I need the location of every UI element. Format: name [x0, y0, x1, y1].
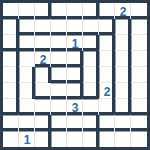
- grid-cell-r2c4[interactable]: [51, 19, 67, 35]
- grid-cell-r5c5[interactable]: [67, 67, 83, 83]
- clue-number: 1: [72, 38, 79, 50]
- grid-cell-r6c9[interactable]: [131, 83, 147, 99]
- grid-cell-r7c1[interactable]: [3, 99, 19, 115]
- grid-cell-r6c6[interactable]: [83, 83, 99, 99]
- grid-cell-r6c5[interactable]: [67, 83, 83, 99]
- grid-cell-r4c4[interactable]: [51, 51, 67, 67]
- grid-cell-r8c8[interactable]: [115, 115, 131, 131]
- grid-cell-r7c9[interactable]: [131, 99, 147, 115]
- grid-cell-r1c3[interactable]: [35, 3, 51, 19]
- clue-number: 2: [40, 54, 47, 66]
- grid-cell-r1c7[interactable]: [99, 3, 115, 19]
- clue-number: 3: [72, 102, 79, 114]
- grid-cell-r9c8[interactable]: [115, 131, 131, 147]
- puzzle-grid: 212231: [0, 0, 150, 150]
- grid-cell-r8c3[interactable]: [35, 115, 51, 131]
- grid-cell-r4c7[interactable]: [99, 51, 115, 67]
- puzzle-stage: 212231: [0, 0, 150, 150]
- clue-number: 2: [104, 86, 111, 98]
- grid-cell-r3c5[interactable]: 1: [67, 35, 83, 51]
- grid-cell-r3c8[interactable]: [115, 35, 131, 51]
- grid-cell-r9c1[interactable]: [3, 131, 19, 147]
- grid-cell-r2c9[interactable]: [131, 19, 147, 35]
- grid-cell-r9c4[interactable]: [51, 131, 67, 147]
- grid-cell-r8c6[interactable]: [83, 115, 99, 131]
- grid-cell-r2c1[interactable]: [3, 19, 19, 35]
- grid-cell-r1c8[interactable]: 2: [115, 3, 131, 19]
- grid-cell-r3c4[interactable]: [51, 35, 67, 51]
- grid-cell-r9c6[interactable]: [83, 131, 99, 147]
- grid-cell-r3c9[interactable]: [131, 35, 147, 51]
- clue-number: 1: [24, 134, 31, 146]
- grid-cell-r7c6[interactable]: [83, 99, 99, 115]
- grid-cell-r5c7[interactable]: [99, 67, 115, 83]
- grid-cell-r4c3[interactable]: 2: [35, 51, 51, 67]
- grid-cell-r3c1[interactable]: [3, 35, 19, 51]
- grid-cell-r2c2[interactable]: [19, 19, 35, 35]
- grid-cell-r1c9[interactable]: [131, 3, 147, 19]
- grid-cell-r2c5[interactable]: [67, 19, 83, 35]
- grid-cell-r8c7[interactable]: [99, 115, 115, 131]
- grid-cell-r6c8[interactable]: [115, 83, 131, 99]
- grid-cell-r5c6[interactable]: [83, 67, 99, 83]
- grid-cell-r2c7[interactable]: [99, 19, 115, 35]
- grid-cell-r8c5[interactable]: [67, 115, 83, 131]
- grid-cell-r4c2[interactable]: [19, 51, 35, 67]
- grid-cell-r3c6[interactable]: [83, 35, 99, 51]
- grid-cell-r2c3[interactable]: [35, 19, 51, 35]
- grid-cell-r9c7[interactable]: [99, 131, 115, 147]
- grid-cell-r9c9[interactable]: [131, 131, 147, 147]
- grid-cell-r4c6[interactable]: [83, 51, 99, 67]
- grid-cell-r4c5[interactable]: [67, 51, 83, 67]
- grid-cell-r8c2[interactable]: [19, 115, 35, 131]
- grid-cell-r3c7[interactable]: [99, 35, 115, 51]
- grid-cell-r6c2[interactable]: [19, 83, 35, 99]
- grid-cell-r8c1[interactable]: [3, 115, 19, 131]
- grid-cell-r5c2[interactable]: [19, 67, 35, 83]
- grid-cell-r8c9[interactable]: [131, 115, 147, 131]
- grid-cell-r1c1[interactable]: [3, 3, 19, 19]
- grid-cell-r6c1[interactable]: [3, 83, 19, 99]
- grid-cell-r3c3[interactable]: [35, 35, 51, 51]
- grid-cell-r1c6[interactable]: [83, 3, 99, 19]
- grid-cell-r4c9[interactable]: [131, 51, 147, 67]
- grid-cell-r6c7[interactable]: 2: [99, 83, 115, 99]
- grid-cell-r1c4[interactable]: [51, 3, 67, 19]
- grid-cell-r4c1[interactable]: [3, 51, 19, 67]
- grid-cell-r4c8[interactable]: [115, 51, 131, 67]
- grid-cell-r9c3[interactable]: [35, 131, 51, 147]
- grid-cell-r8c4[interactable]: [51, 115, 67, 131]
- grid-cell-r5c8[interactable]: [115, 67, 131, 83]
- grid-cell-r6c4[interactable]: [51, 83, 67, 99]
- grid-cell-r6c3[interactable]: [35, 83, 51, 99]
- grid-cell-r5c3[interactable]: [35, 67, 51, 83]
- grid-cell-r1c5[interactable]: [67, 3, 83, 19]
- clue-number: 2: [120, 6, 127, 18]
- grid-cell-r9c2[interactable]: 1: [19, 131, 35, 147]
- grid-cell-r1c2[interactable]: [19, 3, 35, 19]
- grid-cell-r9c5[interactable]: [67, 131, 83, 147]
- grid-cell-r5c1[interactable]: [3, 67, 19, 83]
- grid-cell-r5c4[interactable]: [51, 67, 67, 83]
- grid-cell-r7c4[interactable]: [51, 99, 67, 115]
- grid-cell-r2c8[interactable]: [115, 19, 131, 35]
- grid-cell-r7c3[interactable]: [35, 99, 51, 115]
- grid-cell-r2c6[interactable]: [83, 19, 99, 35]
- grid-cell-r7c8[interactable]: [115, 99, 131, 115]
- grid-cell-r7c2[interactable]: [19, 99, 35, 115]
- grid-cell-r7c7[interactable]: [99, 99, 115, 115]
- grid-cell-r3c2[interactable]: [19, 35, 35, 51]
- grid-cell-r7c5[interactable]: 3: [67, 99, 83, 115]
- grid-cell-r5c9[interactable]: [131, 67, 147, 83]
